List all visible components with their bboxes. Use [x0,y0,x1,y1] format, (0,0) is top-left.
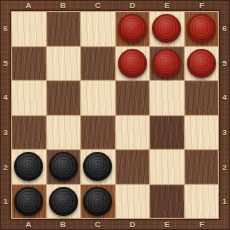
rank-label-right-4: 4 [219,80,230,115]
file-label-bottom-e: E [150,219,185,230]
checker-top-face [51,188,76,213]
black-checker-a1[interactable] [14,187,43,216]
file-label-top-a: A [11,0,46,11]
rank-label-right-3: 3 [219,115,230,150]
square-b4[interactable] [47,81,81,115]
square-a1[interactable] [12,185,46,219]
checker-top-face [189,50,214,75]
square-b1[interactable] [47,185,81,219]
square-a4[interactable] [12,81,46,115]
checker-top-face [51,153,76,178]
checker-top-face [85,153,110,178]
black-checker-c2[interactable] [83,152,112,181]
square-a5[interactable] [12,47,46,81]
square-d2[interactable] [116,150,150,184]
square-c1[interactable] [81,185,115,219]
checker-top-face [16,188,41,213]
rank-label-right-5: 5 [219,46,230,81]
file-label-top-e: E [150,0,185,11]
file-label-bottom-a: A [11,219,46,230]
square-e3[interactable] [150,116,184,150]
rank-labels-left: 654321 [0,11,11,219]
square-c6[interactable] [81,12,115,46]
rank-label-left-3: 3 [0,115,11,150]
square-d6[interactable] [116,12,150,46]
rank-label-right-1: 1 [219,184,230,219]
board-grid [11,11,219,219]
square-e2[interactable] [150,150,184,184]
red-checker-f5[interactable] [187,49,216,78]
checker-top-face [189,15,214,40]
red-checker-e6[interactable] [152,14,181,43]
checker-top-face [154,50,179,75]
square-c5[interactable] [81,47,115,81]
file-label-bottom-f: F [184,219,219,230]
black-checker-b1[interactable] [49,187,78,216]
square-b5[interactable] [47,47,81,81]
file-labels-bottom: ABCDEF [11,219,219,230]
file-labels-top: ABCDEF [11,0,219,11]
checkers-board: ABCDEF ABCDEF 654321 654321 [0,0,230,230]
square-b2[interactable] [47,150,81,184]
file-label-top-f: F [184,0,219,11]
rank-label-left-5: 5 [0,46,11,81]
square-e6[interactable] [150,12,184,46]
square-e5[interactable] [150,47,184,81]
square-f2[interactable] [185,150,219,184]
checker-top-face [120,50,145,75]
file-label-top-b: B [46,0,81,11]
square-d3[interactable] [116,116,150,150]
square-d5[interactable] [116,47,150,81]
checker-top-face [16,153,41,178]
rank-label-left-2: 2 [0,150,11,185]
checker-top-face [154,15,179,40]
file-label-top-c: C [80,0,115,11]
square-f4[interactable] [185,81,219,115]
square-b3[interactable] [47,116,81,150]
rank-label-left-4: 4 [0,80,11,115]
square-a3[interactable] [12,116,46,150]
rank-label-left-6: 6 [0,11,11,46]
file-label-bottom-d: D [115,219,150,230]
red-checker-e5[interactable] [152,49,181,78]
black-checker-b2[interactable] [49,152,78,181]
file-label-bottom-c: C [80,219,115,230]
square-a6[interactable] [12,12,46,46]
black-checker-a2[interactable] [14,152,43,181]
rank-label-right-6: 6 [219,11,230,46]
rank-label-right-2: 2 [219,150,230,185]
square-b6[interactable] [47,12,81,46]
checker-top-face [85,188,110,213]
checker-top-face [120,15,145,40]
square-d1[interactable] [116,185,150,219]
square-e4[interactable] [150,81,184,115]
square-a2[interactable] [12,150,46,184]
square-d4[interactable] [116,81,150,115]
rank-labels-right: 654321 [219,11,230,219]
red-checker-f6[interactable] [187,14,216,43]
square-f3[interactable] [185,116,219,150]
square-f6[interactable] [185,12,219,46]
square-c2[interactable] [81,150,115,184]
red-checker-d5[interactable] [118,49,147,78]
square-e1[interactable] [150,185,184,219]
square-f5[interactable] [185,47,219,81]
file-label-top-d: D [115,0,150,11]
rank-label-left-1: 1 [0,184,11,219]
square-c3[interactable] [81,116,115,150]
square-f1[interactable] [185,185,219,219]
red-checker-d6[interactable] [118,14,147,43]
black-checker-c1[interactable] [83,187,112,216]
square-c4[interactable] [81,81,115,115]
file-label-bottom-b: B [46,219,81,230]
